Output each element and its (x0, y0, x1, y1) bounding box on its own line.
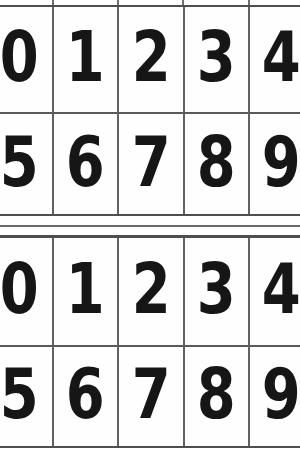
flashcard-cell-2: 2 (117, 7, 182, 112)
digit-glyph-7: 7 (131, 359, 170, 429)
flashcard-sheet-2: 0 1 2 3 4 5 6 7 8 9 (0, 235, 300, 448)
flashcard-cell-2: 2 (117, 238, 182, 345)
flashcard-cell-0: 0 (0, 7, 52, 112)
flashcard-cell-1: 1 (52, 238, 117, 345)
digit-glyph-6: 6 (66, 359, 105, 429)
flashcard-cell-0: 0 (0, 238, 52, 345)
flashcard-sheet-1: 0 1 2 3 4 5 6 7 8 9 (0, 5, 300, 216)
flashcard-cell-7: 7 (117, 345, 182, 446)
sheet-separator-line (0, 225, 300, 227)
flashcard-cell-6: 6 (52, 345, 117, 446)
digit-glyph-0: 0 (0, 254, 39, 324)
flashcard-cell-1: 1 (52, 7, 117, 112)
digit-glyph-5: 5 (0, 127, 39, 197)
digit-glyph-8: 8 (197, 127, 236, 197)
digit-glyph-6: 6 (66, 127, 105, 197)
flashcard-cell-5: 5 (0, 345, 52, 446)
digit-glyph-0: 0 (0, 22, 39, 92)
flashcard-cell-4: 4 (248, 7, 300, 112)
flashcard-cell-7: 7 (117, 112, 182, 214)
digit-glyph-1: 1 (66, 22, 105, 92)
digit-glyph-3: 3 (197, 254, 236, 324)
digit-glyph-9: 9 (262, 127, 300, 197)
flashcard-cell-4: 4 (248, 238, 300, 345)
flashcard-cell-3: 3 (183, 238, 248, 345)
digit-glyph-7: 7 (131, 127, 170, 197)
digit-glyph-4: 4 (262, 254, 300, 324)
flashcard-cell-9: 9 (248, 345, 300, 446)
digit-glyph-2: 2 (131, 254, 170, 324)
flashcards-sheet-screenshot: 0 1 2 3 4 5 6 7 8 9 0 1 2 3 4 5 6 7 8 9 (0, 0, 300, 457)
flashcard-cell-9: 9 (248, 112, 300, 214)
digit-glyph-4: 4 (262, 22, 300, 92)
flashcard-cell-3: 3 (183, 7, 248, 112)
digit-glyph-3: 3 (197, 22, 236, 92)
digit-glyph-1: 1 (66, 254, 105, 324)
digit-glyph-9: 9 (262, 359, 300, 429)
flashcard-cell-6: 6 (52, 112, 117, 214)
digit-glyph-5: 5 (0, 359, 39, 429)
digit-glyph-2: 2 (131, 22, 170, 92)
flashcard-cell-5: 5 (0, 112, 52, 214)
flashcard-cell-8: 8 (183, 112, 248, 214)
flashcard-cell-8: 8 (183, 345, 248, 446)
digit-glyph-8: 8 (197, 359, 236, 429)
